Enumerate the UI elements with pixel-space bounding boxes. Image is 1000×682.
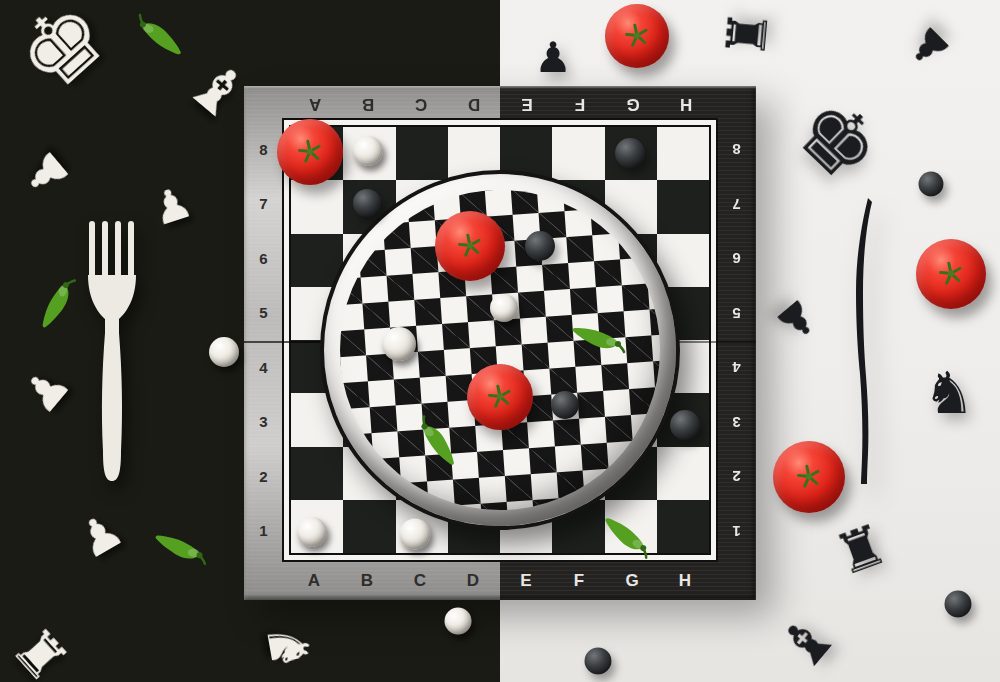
file-labels-bottom: ABCDEFGH bbox=[288, 564, 712, 597]
file-label-top-C: C bbox=[394, 88, 447, 120]
rank-label-left-5: 5 bbox=[249, 286, 279, 341]
file-label-bottom-D: D bbox=[447, 564, 500, 597]
rank-labels-right: 87654321 bbox=[721, 122, 751, 558]
rank-label-right-8: 8 bbox=[721, 122, 751, 177]
tomato bbox=[773, 441, 845, 513]
tomato bbox=[916, 239, 986, 309]
green-pepper bbox=[152, 532, 208, 566]
file-label-top-F: F bbox=[553, 88, 606, 120]
rank-label-left-2: 2 bbox=[249, 449, 279, 504]
rank-label-left-3: 3 bbox=[249, 395, 279, 450]
square-a2 bbox=[291, 447, 343, 500]
tomato-d4 bbox=[467, 364, 533, 430]
rank-label-right-3: 3 bbox=[721, 395, 751, 450]
black-pawn-standing: ♟ bbox=[534, 37, 572, 79]
black-rook-lying: ♜ bbox=[719, 8, 777, 61]
file-label-bottom-F: F bbox=[553, 564, 606, 597]
rank-label-left-7: 7 bbox=[249, 177, 279, 232]
square-a7 bbox=[291, 180, 343, 233]
knife bbox=[848, 196, 876, 484]
file-label-top-B: B bbox=[341, 88, 394, 120]
rank-label-right-6: 6 bbox=[721, 231, 751, 286]
rank-label-right-7: 7 bbox=[721, 177, 751, 232]
file-label-bottom-H: H bbox=[659, 564, 712, 597]
rank-label-left-8: 8 bbox=[249, 122, 279, 177]
file-label-top-A: A bbox=[288, 88, 341, 120]
square-b1 bbox=[343, 500, 395, 553]
black-pawn-g8 bbox=[615, 138, 645, 168]
file-label-bottom-G: G bbox=[606, 564, 659, 597]
file-label-top-G: G bbox=[606, 88, 659, 120]
square-h2 bbox=[657, 447, 709, 500]
file-label-bottom-C: C bbox=[394, 564, 447, 597]
white-pawn-e5 bbox=[490, 294, 518, 322]
plate bbox=[320, 170, 680, 530]
file-label-top-E: E bbox=[500, 88, 553, 120]
square-h8 bbox=[657, 127, 709, 180]
white-pawn-top bbox=[445, 608, 472, 635]
square-h7 bbox=[657, 180, 709, 233]
black-pawn-b7 bbox=[353, 189, 381, 217]
rank-label-right-2: 2 bbox=[721, 449, 751, 504]
rank-label-left-1: 1 bbox=[249, 504, 279, 559]
black-pawn-h3 bbox=[670, 410, 700, 440]
black-pawn-top bbox=[945, 591, 972, 618]
black-pawn-e6 bbox=[525, 231, 555, 261]
black-pawn-f3 bbox=[551, 391, 579, 419]
tomato-d6 bbox=[435, 211, 505, 281]
rank-label-right-1: 1 bbox=[721, 504, 751, 559]
white-knight-lying: ♞ bbox=[257, 618, 319, 675]
file-label-bottom-A: A bbox=[288, 564, 341, 597]
file-label-bottom-B: B bbox=[341, 564, 394, 597]
white-pawn-top bbox=[209, 337, 239, 367]
file-labels-top: ABCDEFGH bbox=[288, 88, 712, 120]
white-pawn-a1 bbox=[297, 517, 327, 547]
square-c8 bbox=[396, 127, 448, 180]
rank-label-left-4: 4 bbox=[249, 340, 279, 395]
green-pepper-f5 bbox=[572, 325, 624, 353]
file-label-top-H: H bbox=[659, 88, 712, 120]
rank-label-left-6: 6 bbox=[249, 231, 279, 286]
square-f8 bbox=[552, 127, 604, 180]
file-label-top-D: D bbox=[447, 88, 500, 120]
rank-label-right-5: 5 bbox=[721, 286, 751, 341]
square-h1 bbox=[657, 500, 709, 553]
scene: ABCDEFGH ABCDEFGH 87654321 87654321 ♚♝♟♟… bbox=[0, 0, 1000, 682]
rank-labels-left: 87654321 bbox=[249, 122, 279, 558]
black-knight-standing: ♞ bbox=[923, 364, 975, 422]
tomato-a8 bbox=[277, 119, 343, 185]
file-label-bottom-E: E bbox=[500, 564, 553, 597]
black-pawn-top bbox=[585, 648, 612, 675]
fork bbox=[86, 221, 138, 483]
black-pawn-top bbox=[919, 172, 944, 197]
rank-label-right-4: 4 bbox=[721, 340, 751, 395]
white-pawn-c4 bbox=[382, 327, 416, 361]
tomato bbox=[605, 4, 669, 68]
white-knight-c1 bbox=[400, 519, 431, 550]
white-pawn-b8 bbox=[353, 136, 383, 166]
